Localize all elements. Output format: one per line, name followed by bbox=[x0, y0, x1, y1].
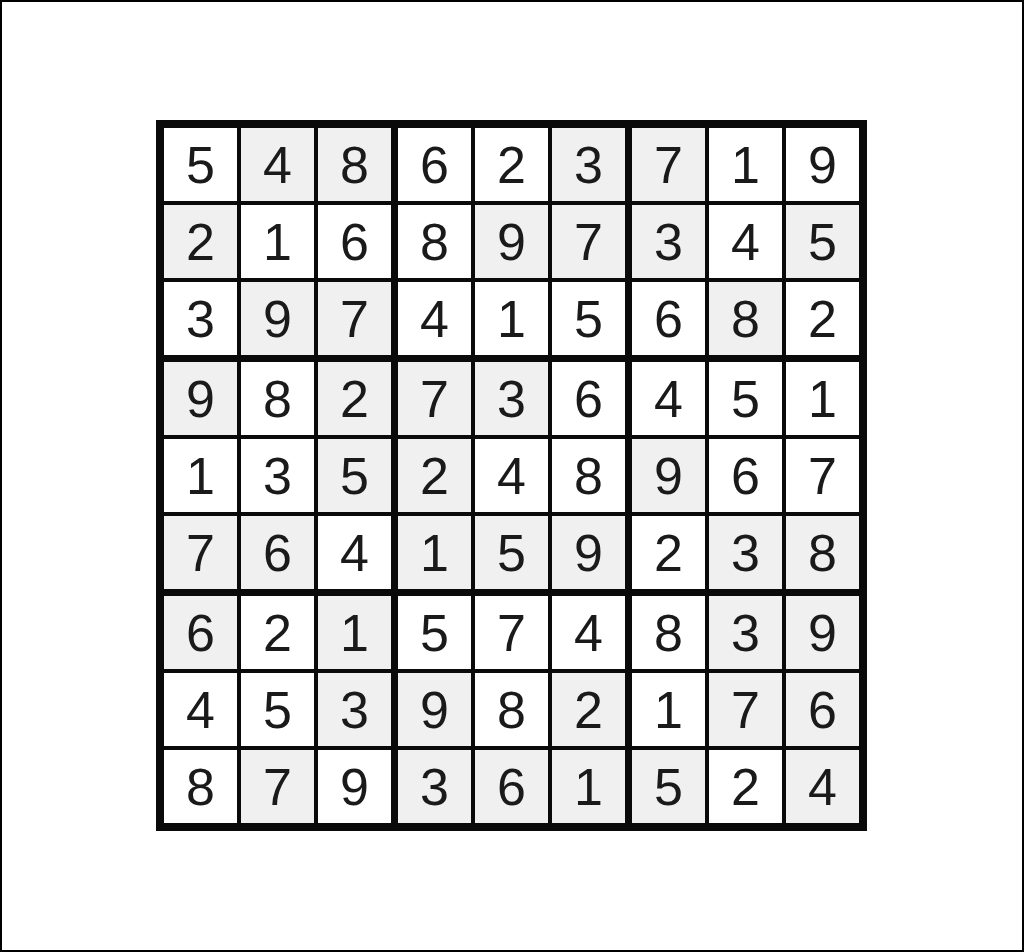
cell-r7c9[interactable]: 9 bbox=[786, 596, 859, 673]
cell-r8c7[interactable]: 1 bbox=[632, 673, 709, 750]
cell-r7c6[interactable]: 4 bbox=[552, 596, 632, 673]
cell-r4c9[interactable]: 1 bbox=[786, 362, 859, 439]
cell-r1c1[interactable]: 5 bbox=[164, 128, 241, 205]
cell-r4c6[interactable]: 6 bbox=[552, 362, 632, 439]
cell-r1c4[interactable]: 6 bbox=[398, 128, 475, 205]
cell-r4c7[interactable]: 4 bbox=[632, 362, 709, 439]
cell-r9c9[interactable]: 4 bbox=[786, 750, 859, 823]
cell-r7c5[interactable]: 7 bbox=[475, 596, 552, 673]
cell-r8c9[interactable]: 6 bbox=[786, 673, 859, 750]
cell-r6c5[interactable]: 5 bbox=[475, 516, 552, 596]
cell-r1c3[interactable]: 8 bbox=[318, 128, 398, 205]
cell-r1c9[interactable]: 9 bbox=[786, 128, 859, 205]
cell-r8c2[interactable]: 5 bbox=[241, 673, 318, 750]
cell-r5c3[interactable]: 5 bbox=[318, 439, 398, 516]
cell-r2c9[interactable]: 5 bbox=[786, 205, 859, 282]
cell-r4c4[interactable]: 7 bbox=[398, 362, 475, 439]
cell-r6c9[interactable]: 8 bbox=[786, 516, 859, 596]
cell-r8c1[interactable]: 4 bbox=[164, 673, 241, 750]
cell-r1c2[interactable]: 4 bbox=[241, 128, 318, 205]
cell-r8c5[interactable]: 8 bbox=[475, 673, 552, 750]
cell-r9c6[interactable]: 1 bbox=[552, 750, 632, 823]
cell-r2c4[interactable]: 8 bbox=[398, 205, 475, 282]
cell-r6c8[interactable]: 3 bbox=[709, 516, 786, 596]
cell-r5c8[interactable]: 6 bbox=[709, 439, 786, 516]
cell-r3c2[interactable]: 9 bbox=[241, 282, 318, 362]
cell-r6c1[interactable]: 7 bbox=[164, 516, 241, 596]
cell-r7c7[interactable]: 8 bbox=[632, 596, 709, 673]
cell-r1c7[interactable]: 7 bbox=[632, 128, 709, 205]
cell-r7c2[interactable]: 2 bbox=[241, 596, 318, 673]
sudoku-board: 5486237192168973453974156829827364511352… bbox=[156, 120, 867, 831]
cell-r9c4[interactable]: 3 bbox=[398, 750, 475, 823]
cell-r5c2[interactable]: 3 bbox=[241, 439, 318, 516]
cell-r4c3[interactable]: 2 bbox=[318, 362, 398, 439]
cell-r6c2[interactable]: 6 bbox=[241, 516, 318, 596]
cell-r5c1[interactable]: 1 bbox=[164, 439, 241, 516]
cell-r3c8[interactable]: 8 bbox=[709, 282, 786, 362]
cell-r6c4[interactable]: 1 bbox=[398, 516, 475, 596]
cell-r5c7[interactable]: 9 bbox=[632, 439, 709, 516]
cell-r1c6[interactable]: 3 bbox=[552, 128, 632, 205]
cell-r4c8[interactable]: 5 bbox=[709, 362, 786, 439]
cell-r3c9[interactable]: 2 bbox=[786, 282, 859, 362]
cell-r7c3[interactable]: 1 bbox=[318, 596, 398, 673]
cell-r6c3[interactable]: 4 bbox=[318, 516, 398, 596]
cell-r9c8[interactable]: 2 bbox=[709, 750, 786, 823]
cell-r4c1[interactable]: 9 bbox=[164, 362, 241, 439]
cell-r9c2[interactable]: 7 bbox=[241, 750, 318, 823]
cell-r3c3[interactable]: 7 bbox=[318, 282, 398, 362]
cell-r8c6[interactable]: 2 bbox=[552, 673, 632, 750]
cell-r5c4[interactable]: 2 bbox=[398, 439, 475, 516]
cell-r6c7[interactable]: 2 bbox=[632, 516, 709, 596]
cell-r2c6[interactable]: 7 bbox=[552, 205, 632, 282]
cell-r8c4[interactable]: 9 bbox=[398, 673, 475, 750]
cell-r2c3[interactable]: 6 bbox=[318, 205, 398, 282]
cell-r7c4[interactable]: 5 bbox=[398, 596, 475, 673]
cell-r9c5[interactable]: 6 bbox=[475, 750, 552, 823]
cell-r2c8[interactable]: 4 bbox=[709, 205, 786, 282]
cell-r2c1[interactable]: 2 bbox=[164, 205, 241, 282]
cell-r9c3[interactable]: 9 bbox=[318, 750, 398, 823]
cell-r6c6[interactable]: 9 bbox=[552, 516, 632, 596]
cell-r7c1[interactable]: 6 bbox=[164, 596, 241, 673]
cell-r9c7[interactable]: 5 bbox=[632, 750, 709, 823]
cell-r4c5[interactable]: 3 bbox=[475, 362, 552, 439]
cell-r1c5[interactable]: 2 bbox=[475, 128, 552, 205]
cell-r3c5[interactable]: 1 bbox=[475, 282, 552, 362]
cell-r5c6[interactable]: 8 bbox=[552, 439, 632, 516]
cell-r3c7[interactable]: 6 bbox=[632, 282, 709, 362]
cell-r2c5[interactable]: 9 bbox=[475, 205, 552, 282]
cell-r2c7[interactable]: 3 bbox=[632, 205, 709, 282]
cell-r3c1[interactable]: 3 bbox=[164, 282, 241, 362]
cell-r8c3[interactable]: 3 bbox=[318, 673, 398, 750]
cell-r5c9[interactable]: 7 bbox=[786, 439, 859, 516]
cell-r4c2[interactable]: 8 bbox=[241, 362, 318, 439]
cell-r9c1[interactable]: 8 bbox=[164, 750, 241, 823]
cell-r5c5[interactable]: 4 bbox=[475, 439, 552, 516]
cell-r1c8[interactable]: 1 bbox=[709, 128, 786, 205]
cell-r8c8[interactable]: 7 bbox=[709, 673, 786, 750]
cell-r7c8[interactable]: 3 bbox=[709, 596, 786, 673]
cell-r3c6[interactable]: 5 bbox=[552, 282, 632, 362]
cell-r2c2[interactable]: 1 bbox=[241, 205, 318, 282]
cell-r3c4[interactable]: 4 bbox=[398, 282, 475, 362]
